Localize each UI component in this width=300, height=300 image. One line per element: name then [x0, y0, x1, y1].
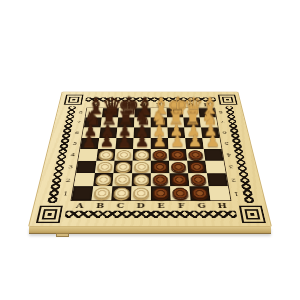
file-label-c: C	[119, 102, 135, 108]
file-labels-top: ABCDEFGH	[87, 102, 215, 108]
light-pawn[interactable]: ♟	[168, 133, 186, 149]
square-f3[interactable]	[169, 161, 188, 173]
file-label-d: D	[130, 200, 151, 210]
corner-square-ornament	[64, 95, 84, 105]
dark-checker[interactable]	[170, 150, 185, 159]
square-b1[interactable]	[91, 186, 112, 200]
box-hinge	[56, 233, 69, 237]
dark-checker[interactable]	[171, 162, 187, 172]
dark-checker[interactable]	[190, 174, 207, 185]
corner-square-ornament	[239, 206, 266, 223]
square-c1[interactable]	[111, 186, 131, 200]
square-b3[interactable]	[95, 161, 115, 173]
square-e3[interactable]	[151, 161, 170, 173]
light-checker[interactable]	[95, 174, 111, 185]
square-g1[interactable]	[189, 186, 210, 200]
file-label-a: A	[87, 102, 104, 108]
light-checker[interactable]	[116, 150, 131, 159]
square-a3[interactable]	[76, 161, 96, 173]
file-label-c: C	[110, 200, 131, 210]
square-d3[interactable]	[132, 161, 151, 173]
dark-pawn[interactable]: ♟	[98, 133, 116, 149]
rank-label-4: 4	[222, 149, 235, 161]
file-label-e: E	[151, 200, 172, 210]
square-a2[interactable]	[74, 173, 95, 186]
square-d5[interactable]: ♟	[133, 138, 151, 149]
dark-checker[interactable]	[189, 162, 205, 172]
square-c4[interactable]	[115, 149, 134, 161]
board-field: ♝♛♚♝♝♚♛♝♞♜♜♞♞♜♜♞♟♟♟♟♟♟♟♟♟♟♟♟♟♟♟♟	[70, 108, 231, 201]
square-c3[interactable]	[114, 161, 133, 173]
dark-checker[interactable]	[153, 162, 168, 172]
dark-checker[interactable]	[188, 150, 204, 159]
light-checker[interactable]	[115, 162, 131, 172]
square-f2[interactable]	[170, 173, 190, 186]
square-b2[interactable]	[93, 173, 113, 186]
square-h4[interactable]	[204, 149, 224, 161]
square-g4[interactable]	[186, 149, 205, 161]
square-f1[interactable]	[170, 186, 190, 200]
light-pawn[interactable]: ♟	[204, 133, 222, 149]
rank-label-3: 3	[224, 161, 238, 174]
square-f4[interactable]	[168, 149, 187, 161]
square-b4[interactable]	[96, 149, 115, 161]
square-c5[interactable]: ♟	[116, 138, 134, 149]
dark-checker[interactable]	[191, 187, 208, 198]
square-g2[interactable]	[188, 173, 208, 186]
light-checker[interactable]	[133, 187, 149, 198]
dark-checker[interactable]	[172, 187, 189, 198]
square-h1[interactable]	[209, 186, 231, 200]
light-pawn[interactable]: ♟	[151, 133, 169, 149]
file-label-b: B	[103, 102, 120, 108]
square-h3[interactable]	[205, 161, 225, 173]
file-label-h: H	[198, 102, 215, 108]
dark-pawn[interactable]: ♟	[80, 133, 98, 149]
file-label-b: B	[89, 200, 110, 210]
square-e1[interactable]	[151, 186, 171, 200]
square-g5[interactable]: ♟	[185, 138, 204, 149]
file-label-f: F	[167, 102, 183, 108]
chain-border-pattern-bottom	[65, 211, 238, 218]
square-g3[interactable]	[187, 161, 207, 173]
dark-checker[interactable]	[171, 174, 187, 185]
file-label-g: G	[182, 102, 199, 108]
light-checker[interactable]	[97, 162, 113, 172]
file-label-f: F	[171, 200, 192, 210]
square-b5[interactable]: ♟	[98, 138, 117, 149]
square-e2[interactable]	[151, 173, 170, 186]
dark-checker[interactable]	[153, 174, 169, 185]
square-c2[interactable]	[112, 173, 132, 186]
file-label-a: A	[69, 200, 91, 210]
square-a4[interactable]	[78, 149, 98, 161]
square-a5[interactable]: ♟	[80, 138, 99, 149]
square-f5[interactable]: ♟	[168, 138, 186, 149]
dark-checker[interactable]	[153, 150, 168, 159]
square-d1[interactable]	[131, 186, 151, 200]
dark-checker[interactable]	[153, 187, 169, 198]
rank-label-2: 2	[227, 173, 241, 186]
square-e4[interactable]	[151, 149, 169, 161]
square-d2[interactable]	[132, 173, 151, 186]
light-checker[interactable]	[134, 174, 150, 185]
corner-square-ornament	[36, 206, 63, 223]
product-photo-scene: 87654321 87654321 ABCDEFGH ABCDEFGH ♝♛♚♝…	[0, 0, 300, 300]
light-checker[interactable]	[93, 187, 110, 198]
file-labels-bottom: ABCDEFGH	[69, 200, 233, 210]
light-checker[interactable]	[114, 174, 130, 185]
file-label-h: H	[211, 200, 233, 210]
file-label-g: G	[191, 200, 212, 210]
square-h5[interactable]: ♟	[202, 138, 221, 149]
rank-label-7: 7	[217, 117, 229, 127]
light-pawn[interactable]: ♟	[186, 133, 204, 149]
rank-label-6: 6	[218, 127, 230, 138]
rank-label-8: 8	[215, 108, 227, 118]
square-e5[interactable]: ♟	[151, 138, 169, 149]
light-checker[interactable]	[98, 150, 113, 159]
light-checker[interactable]	[134, 162, 149, 172]
square-a1[interactable]	[72, 186, 94, 200]
light-checker[interactable]	[134, 150, 149, 159]
corner-square-ornament	[218, 95, 238, 105]
file-label-e: E	[151, 102, 167, 108]
square-h2[interactable]	[207, 173, 228, 186]
dark-pawn[interactable]: ♟	[133, 133, 151, 149]
light-checker[interactable]	[113, 187, 130, 198]
rank-label-5: 5	[220, 138, 233, 149]
square-d4[interactable]	[133, 149, 151, 161]
game-board: 87654321 87654321 ABCDEFGH ABCDEFGH ♝♛♚♝…	[28, 92, 272, 227]
file-label-d: D	[135, 102, 151, 108]
dark-pawn[interactable]: ♟	[116, 133, 134, 149]
